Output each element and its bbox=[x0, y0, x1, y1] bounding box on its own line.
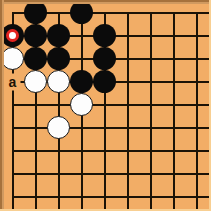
intersection-c5-r2 bbox=[93, 24, 116, 47]
intersection-c6-r9[interactable] bbox=[116, 185, 139, 208]
intersection-c9-r1[interactable] bbox=[185, 1, 208, 24]
intersection-c3-r1[interactable] bbox=[47, 1, 70, 24]
intersection-c6-r2[interactable] bbox=[116, 24, 139, 47]
black-stone bbox=[93, 24, 116, 47]
intersection-c5-r1[interactable] bbox=[93, 1, 116, 24]
intersection-c5-r4 bbox=[93, 70, 116, 93]
intersection-c6-r7[interactable] bbox=[116, 139, 139, 162]
intersection-c6-r5[interactable] bbox=[116, 93, 139, 116]
intersection-c5-r7[interactable] bbox=[93, 139, 116, 162]
intersection-c6-r3[interactable] bbox=[116, 47, 139, 70]
intersection-c8-r4[interactable] bbox=[162, 70, 185, 93]
intersection-c8-r9[interactable] bbox=[162, 185, 185, 208]
intersection-c8-r7[interactable] bbox=[162, 139, 185, 162]
intersection-c4-r3[interactable] bbox=[70, 47, 93, 70]
intersection-c3-r8[interactable] bbox=[47, 162, 70, 185]
intersection-c2-r5[interactable] bbox=[24, 93, 47, 116]
intersection-c3-r7[interactable] bbox=[47, 139, 70, 162]
intersection-c8-r6[interactable] bbox=[162, 116, 185, 139]
intersection-c4-r1 bbox=[70, 1, 93, 24]
intersection-c1-r1[interactable] bbox=[1, 1, 24, 24]
intersection-c2-r1 bbox=[24, 1, 47, 24]
intersection-c4-r2[interactable] bbox=[70, 24, 93, 47]
intersection-c9-r6[interactable] bbox=[185, 116, 208, 139]
intersection-c6-r4[interactable] bbox=[116, 70, 139, 93]
intersection-c1-r2 bbox=[1, 24, 24, 47]
black-stone bbox=[93, 47, 116, 70]
intersection-c3-r5[interactable] bbox=[47, 93, 70, 116]
intersection-c2-r2 bbox=[24, 24, 47, 47]
intersection-c1-r8[interactable] bbox=[1, 162, 24, 185]
black-stone bbox=[70, 70, 93, 93]
intersection-c1-r6[interactable] bbox=[1, 116, 24, 139]
intersection-c3-r9[interactable] bbox=[47, 185, 70, 208]
intersection-c9-r3[interactable] bbox=[185, 47, 208, 70]
intersection-c6-r8[interactable] bbox=[116, 162, 139, 185]
black-stone bbox=[70, 1, 93, 24]
intersection-c1-r3 bbox=[1, 47, 24, 70]
intersection-c2-r6[interactable] bbox=[24, 116, 47, 139]
intersection-c4-r7[interactable] bbox=[70, 139, 93, 162]
intersection-c2-r4 bbox=[24, 70, 47, 93]
intersection-c9-r2[interactable] bbox=[185, 24, 208, 47]
intersection-c9-r9[interactable] bbox=[185, 185, 208, 208]
white-stone bbox=[24, 70, 47, 93]
board-intersections: a bbox=[1, 1, 208, 208]
intersection-c2-r7[interactable] bbox=[24, 139, 47, 162]
intersection-c7-r5[interactable] bbox=[139, 93, 162, 116]
intersection-c3-r6 bbox=[47, 116, 70, 139]
intersection-c4-r9[interactable] bbox=[70, 185, 93, 208]
intersection-c4-r8[interactable] bbox=[70, 162, 93, 185]
intersection-c9-r5[interactable] bbox=[185, 93, 208, 116]
intersection-c1-r7[interactable] bbox=[1, 139, 24, 162]
intersection-c8-r1[interactable] bbox=[162, 1, 185, 24]
intersection-c8-r5[interactable] bbox=[162, 93, 185, 116]
marked-black-stone bbox=[1, 24, 24, 47]
intersection-c7-r9[interactable] bbox=[139, 185, 162, 208]
white-stone bbox=[47, 116, 70, 139]
black-stone bbox=[47, 47, 70, 70]
intersection-c8-r2[interactable] bbox=[162, 24, 185, 47]
intersection-c4-r5 bbox=[70, 93, 93, 116]
intersection-c7-r3[interactable] bbox=[139, 47, 162, 70]
intersection-c5-r5[interactable] bbox=[93, 93, 116, 116]
black-stone bbox=[24, 47, 47, 70]
intersection-c9-r4[interactable] bbox=[185, 70, 208, 93]
black-stone bbox=[93, 70, 116, 93]
intersection-c3-r4 bbox=[47, 70, 70, 93]
intersection-c5-r9[interactable] bbox=[93, 185, 116, 208]
intersection-c1-r9[interactable] bbox=[1, 185, 24, 208]
black-stone bbox=[24, 1, 47, 24]
intersection-c3-r2 bbox=[47, 24, 70, 47]
intersection-c7-r6[interactable] bbox=[139, 116, 162, 139]
intersection-c7-r7[interactable] bbox=[139, 139, 162, 162]
intersection-c8-r3[interactable] bbox=[162, 47, 185, 70]
board-frame-top-highlight bbox=[0, 2, 211, 4]
go-board: a bbox=[0, 0, 211, 211]
intersection-c2-r8[interactable] bbox=[24, 162, 47, 185]
intersection-c7-r4[interactable] bbox=[139, 70, 162, 93]
intersection-c7-r1[interactable] bbox=[139, 1, 162, 24]
point-label-a[interactable]: a bbox=[5, 73, 20, 90]
board-frame-left-highlight bbox=[2, 0, 4, 211]
board-frame-right bbox=[209, 0, 211, 211]
intersection-c3-r3 bbox=[47, 47, 70, 70]
intersection-c9-r8[interactable] bbox=[185, 162, 208, 185]
intersection-c7-r8[interactable] bbox=[139, 162, 162, 185]
black-stone bbox=[47, 24, 70, 47]
red-circle-marker bbox=[6, 29, 19, 42]
black-stone bbox=[24, 24, 47, 47]
go-diagram: a bbox=[0, 0, 211, 211]
intersection-c4-r6[interactable] bbox=[70, 116, 93, 139]
intersection-c2-r3 bbox=[24, 47, 47, 70]
white-stone bbox=[47, 70, 70, 93]
intersection-c6-r1[interactable] bbox=[116, 1, 139, 24]
intersection-c2-r9[interactable] bbox=[24, 185, 47, 208]
intersection-c9-r7[interactable] bbox=[185, 139, 208, 162]
intersection-c5-r8[interactable] bbox=[93, 162, 116, 185]
intersection-c1-r5[interactable] bbox=[1, 93, 24, 116]
intersection-c8-r8[interactable] bbox=[162, 162, 185, 185]
intersection-c5-r3 bbox=[93, 47, 116, 70]
intersection-c7-r2[interactable] bbox=[139, 24, 162, 47]
white-stone bbox=[1, 47, 24, 70]
intersection-c6-r6[interactable] bbox=[116, 116, 139, 139]
intersection-c5-r6[interactable] bbox=[93, 116, 116, 139]
intersection-c4-r4 bbox=[70, 70, 93, 93]
board-frame-bottom bbox=[0, 209, 211, 211]
intersection-c1-r4[interactable]: a bbox=[1, 70, 24, 93]
white-stone bbox=[70, 93, 93, 116]
